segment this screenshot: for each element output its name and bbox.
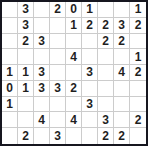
empty-cell-r2c3[interactable] bbox=[34, 18, 50, 34]
clue-cell-r4c5: 4 bbox=[66, 49, 82, 65]
empty-cell-r8c8[interactable] bbox=[114, 112, 130, 128]
clue-cell-r5c2: 1 bbox=[18, 65, 34, 81]
empty-cell-r4c7[interactable] bbox=[98, 49, 114, 65]
clue-cell-r1c9: 1 bbox=[130, 2, 146, 18]
empty-cell-r7c5[interactable] bbox=[66, 97, 82, 113]
empty-cell-r4c4[interactable] bbox=[50, 49, 66, 65]
clue-cell-r8c9: 2 bbox=[130, 112, 146, 128]
empty-cell-r7c7[interactable] bbox=[98, 97, 114, 113]
empty-cell-r1c7[interactable] bbox=[98, 2, 114, 18]
empty-cell-r6c7[interactable] bbox=[98, 81, 114, 97]
empty-cell-r3c9[interactable] bbox=[130, 34, 146, 50]
clue-cell-r2c9: 2 bbox=[130, 18, 146, 34]
empty-cell-r4c8[interactable] bbox=[114, 49, 130, 65]
empty-cell-r7c4[interactable] bbox=[50, 97, 66, 113]
empty-cell-r9c3[interactable] bbox=[34, 128, 50, 144]
clue-cell-r4c9: 1 bbox=[130, 49, 146, 65]
clue-cell-r5c8: 4 bbox=[114, 65, 130, 81]
empty-cell-r8c4[interactable] bbox=[50, 112, 66, 128]
empty-cell-r1c3[interactable] bbox=[34, 2, 50, 18]
clue-cell-r9c8: 2 bbox=[114, 128, 130, 144]
empty-cell-r4c1[interactable] bbox=[2, 49, 18, 65]
clue-cell-r2c7: 2 bbox=[98, 18, 114, 34]
empty-cell-r2c4[interactable] bbox=[50, 18, 66, 34]
empty-cell-r8c6[interactable] bbox=[82, 112, 98, 128]
empty-cell-r3c4[interactable] bbox=[50, 34, 66, 50]
empty-cell-r7c3[interactable] bbox=[34, 97, 50, 113]
clue-cell-r3c8: 2 bbox=[114, 34, 130, 50]
clue-cell-r8c7: 3 bbox=[98, 112, 114, 128]
empty-cell-r6c9[interactable] bbox=[130, 81, 146, 97]
empty-cell-r6c8[interactable] bbox=[114, 81, 130, 97]
empty-cell-r3c1[interactable] bbox=[2, 34, 18, 50]
clue-cell-r7c6: 3 bbox=[82, 97, 98, 113]
clue-cell-r2c8: 3 bbox=[114, 18, 130, 34]
clue-cell-r9c4: 3 bbox=[50, 128, 66, 144]
empty-cell-r9c6[interactable] bbox=[82, 128, 98, 144]
clue-cell-r5c9: 2 bbox=[130, 65, 146, 81]
clue-cell-r5c6: 3 bbox=[82, 65, 98, 81]
empty-cell-r4c6[interactable] bbox=[82, 49, 98, 65]
clue-cell-r6c1: 0 bbox=[2, 81, 18, 97]
puzzle-board: 32011312232232241113342013321344322322 bbox=[0, 0, 148, 146]
clue-cell-r2c2: 3 bbox=[18, 18, 34, 34]
empty-cell-r7c2[interactable] bbox=[18, 97, 34, 113]
empty-cell-r4c3[interactable] bbox=[34, 49, 50, 65]
clue-cell-r1c5: 0 bbox=[66, 2, 82, 18]
empty-cell-r4c2[interactable] bbox=[18, 49, 34, 65]
clue-cell-r6c2: 1 bbox=[18, 81, 34, 97]
empty-cell-r2c1[interactable] bbox=[2, 18, 18, 34]
empty-cell-r8c2[interactable] bbox=[18, 112, 34, 128]
empty-cell-r9c1[interactable] bbox=[2, 128, 18, 144]
empty-cell-r9c9[interactable] bbox=[130, 128, 146, 144]
clue-cell-r3c7: 2 bbox=[98, 34, 114, 50]
empty-cell-r7c9[interactable] bbox=[130, 97, 146, 113]
clue-cell-r5c3: 3 bbox=[34, 65, 50, 81]
empty-cell-r6c6[interactable] bbox=[82, 81, 98, 97]
clue-cell-r6c3: 3 bbox=[34, 81, 50, 97]
clue-cell-r6c4: 3 bbox=[50, 81, 66, 97]
empty-cell-r9c5[interactable] bbox=[66, 128, 82, 144]
clue-cell-r9c7: 2 bbox=[98, 128, 114, 144]
clue-cell-r3c2: 2 bbox=[18, 34, 34, 50]
empty-cell-r1c1[interactable] bbox=[2, 2, 18, 18]
clue-cell-r5c1: 1 bbox=[2, 65, 18, 81]
clue-cell-r2c6: 2 bbox=[82, 18, 98, 34]
clue-cell-r7c1: 1 bbox=[2, 97, 18, 113]
clue-cell-r2c5: 1 bbox=[66, 18, 82, 34]
clue-cell-r3c3: 3 bbox=[34, 34, 50, 50]
empty-cell-r7c8[interactable] bbox=[114, 97, 130, 113]
empty-cell-r5c7[interactable] bbox=[98, 65, 114, 81]
clue-cell-r1c2: 3 bbox=[18, 2, 34, 18]
empty-cell-r3c5[interactable] bbox=[66, 34, 82, 50]
clue-cell-r1c4: 2 bbox=[50, 2, 66, 18]
clue-cell-r8c5: 4 bbox=[66, 112, 82, 128]
empty-cell-r5c4[interactable] bbox=[50, 65, 66, 81]
empty-cell-r1c8[interactable] bbox=[114, 2, 130, 18]
empty-cell-r3c6[interactable] bbox=[82, 34, 98, 50]
clue-cell-r8c3: 4 bbox=[34, 112, 50, 128]
clue-cell-r1c6: 1 bbox=[82, 2, 98, 18]
empty-cell-r5c5[interactable] bbox=[66, 65, 82, 81]
clue-cell-r6c5: 2 bbox=[66, 81, 82, 97]
clue-cell-r9c2: 2 bbox=[18, 128, 34, 144]
empty-cell-r8c1[interactable] bbox=[2, 112, 18, 128]
